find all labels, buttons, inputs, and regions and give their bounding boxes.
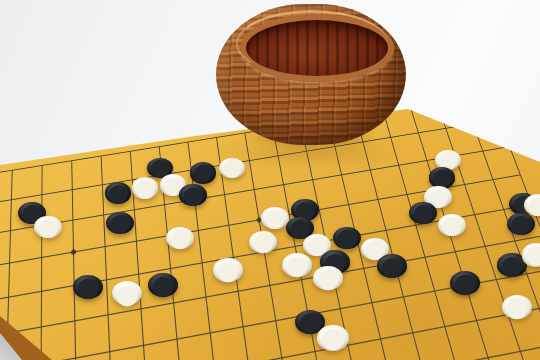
go-stone-black[interactable]: ● (333, 227, 361, 250)
go-stone-black[interactable]: ● (106, 212, 134, 234)
go-stone-white[interactable]: ● (313, 266, 343, 290)
go-stone-black[interactable]: ● (377, 254, 406, 277)
go-stone-black[interactable]: ● (105, 182, 132, 204)
go-stone-white[interactable]: ● (502, 295, 532, 319)
go-stone-white[interactable]: ● (213, 258, 242, 281)
go-stone-white[interactable]: ● (166, 227, 194, 250)
go-stone-white[interactable]: ● (34, 216, 62, 238)
go-stone-black[interactable]: ● (409, 202, 437, 224)
bowl-opening (240, 14, 394, 82)
go-stone-white[interactable]: ● (282, 253, 311, 276)
go-stone-black[interactable]: ● (73, 275, 103, 299)
stone-bowl (216, 4, 406, 145)
go-stone-white[interactable]: ● (317, 325, 348, 350)
go-stone-white[interactable]: ● (522, 243, 540, 266)
go-stone-black[interactable]: ● (450, 271, 480, 295)
go-stone-white[interactable]: ● (438, 214, 466, 236)
go-stone-white[interactable]: ● (524, 194, 540, 216)
go-stone-white[interactable]: ● (219, 158, 245, 179)
go-stone-white[interactable]: ● (249, 231, 277, 254)
go-scene: ●●●●●●●●●●●●●●●●●●●●●●●●●●●●●●●●●●●●●●●● (0, 0, 540, 360)
go-stone-white[interactable]: ● (132, 177, 159, 198)
go-stone-black[interactable]: ● (179, 184, 206, 206)
go-stone-black[interactable]: ● (148, 273, 178, 297)
go-stone-white[interactable]: ● (112, 281, 142, 305)
